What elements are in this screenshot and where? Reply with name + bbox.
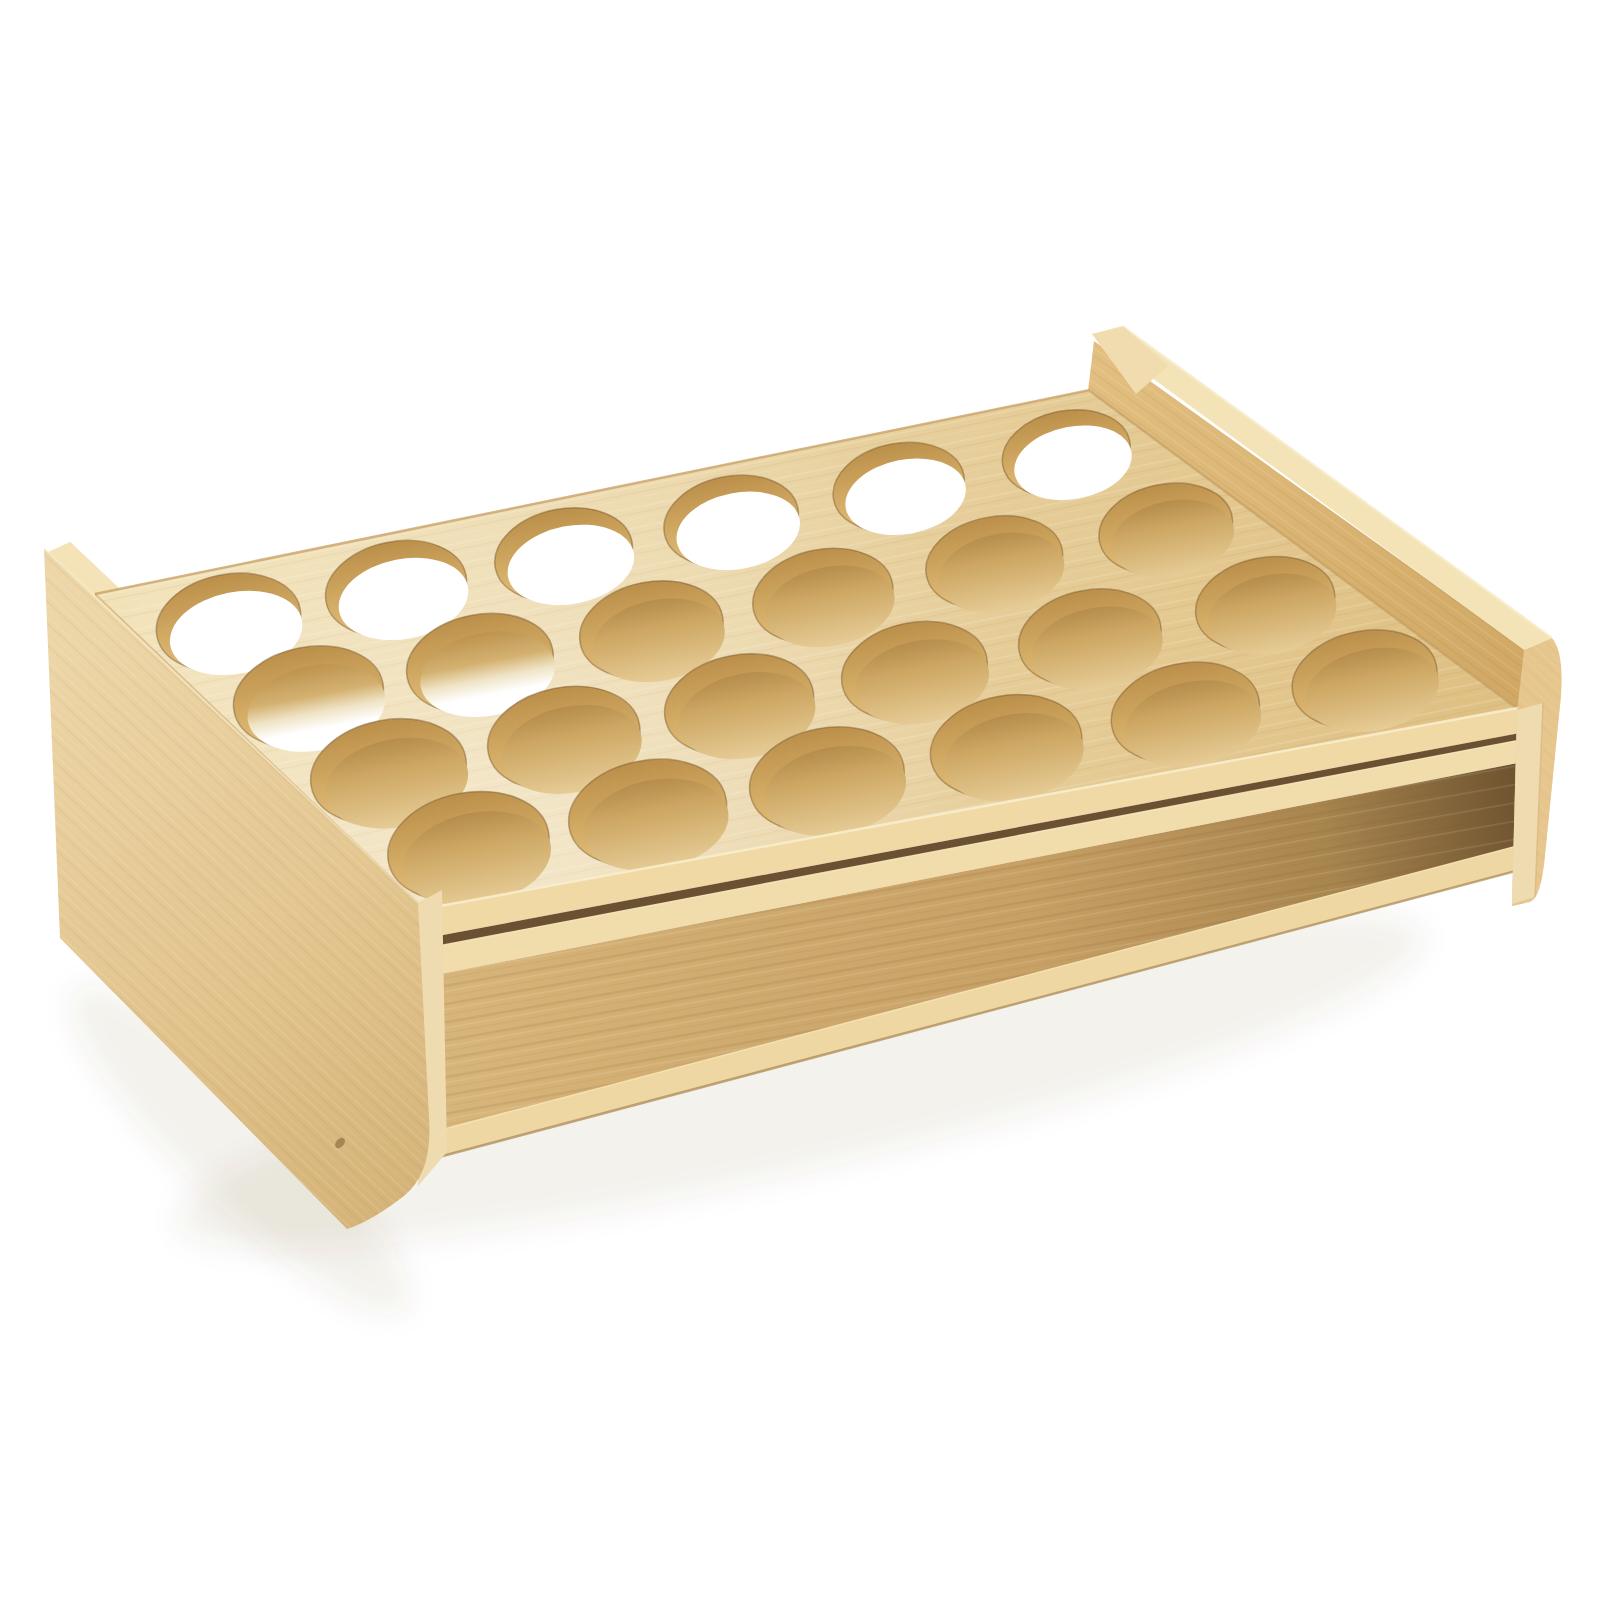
bamboo-rack-scene — [0, 0, 1600, 1600]
product-photo — [0, 0, 1600, 1600]
